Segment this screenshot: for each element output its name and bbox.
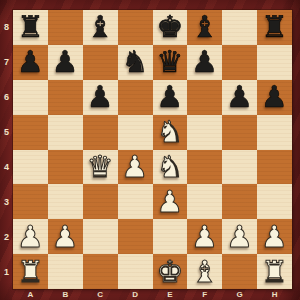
white-knight-piece[interactable]: ♞ [156,152,183,182]
square-c6[interactable]: ♟ [83,80,118,115]
chess-board: ♜♝♚♝♜♟♟♞♛♟♟♟♟♟♞♛♟♞♟♟♟♟♟♟♜♚♝♜ [13,10,292,289]
white-pawn-piece[interactable]: ♟ [122,152,149,182]
square-b5[interactable] [48,115,83,150]
file-label-f: F [187,289,222,300]
file-label-h: H [257,289,292,300]
square-b7[interactable]: ♟ [48,45,83,80]
board-frame: 87654321 ABCDEFGH ♜♝♚♝♜♟♟♞♛♟♟♟♟♟♞♛♟♞♟♟♟♟… [0,0,300,300]
black-queen-piece[interactable]: ♛ [156,47,183,77]
square-a7[interactable]: ♟ [13,45,48,80]
black-pawn-piece[interactable]: ♟ [17,47,44,77]
square-d5[interactable] [118,115,153,150]
square-b2[interactable]: ♟ [48,219,83,254]
square-d8[interactable] [118,10,153,45]
square-a2[interactable]: ♟ [13,219,48,254]
square-c2[interactable] [83,219,118,254]
square-e4[interactable]: ♞ [153,150,188,185]
square-c4[interactable]: ♛ [83,150,118,185]
black-bishop-piece[interactable]: ♝ [87,12,114,42]
square-a3[interactable] [13,184,48,219]
square-f6[interactable] [187,80,222,115]
square-e7[interactable]: ♛ [153,45,188,80]
square-f4[interactable] [187,150,222,185]
black-rook-piece[interactable]: ♜ [17,12,44,42]
white-rook-piece[interactable]: ♜ [17,257,44,287]
square-e2[interactable] [153,219,188,254]
file-label-e: E [153,289,188,300]
black-king-piece[interactable]: ♚ [156,12,183,42]
square-h5[interactable] [257,115,292,150]
white-pawn-piece[interactable]: ♟ [156,187,183,217]
square-b3[interactable] [48,184,83,219]
square-b4[interactable] [48,150,83,185]
white-pawn-piece[interactable]: ♟ [226,222,253,252]
white-bishop-piece[interactable]: ♝ [191,257,218,287]
square-a6[interactable] [13,80,48,115]
square-d7[interactable]: ♞ [118,45,153,80]
square-h2[interactable]: ♟ [257,219,292,254]
square-f8[interactable]: ♝ [187,10,222,45]
file-label-d: D [118,289,153,300]
square-c8[interactable]: ♝ [83,10,118,45]
square-h3[interactable] [257,184,292,219]
square-b8[interactable] [48,10,83,45]
file-label-c: C [83,289,118,300]
black-rook-piece[interactable]: ♜ [261,12,288,42]
square-h1[interactable]: ♜ [257,254,292,289]
black-bishop-piece[interactable]: ♝ [191,12,218,42]
square-e5[interactable]: ♞ [153,115,188,150]
square-f7[interactable]: ♟ [187,45,222,80]
square-d3[interactable] [118,184,153,219]
white-rook-piece[interactable]: ♜ [261,257,288,287]
white-king-piece[interactable]: ♚ [156,257,183,287]
square-c3[interactable] [83,184,118,219]
black-knight-piece[interactable]: ♞ [122,47,149,77]
black-pawn-piece[interactable]: ♟ [87,82,114,112]
square-e3[interactable]: ♟ [153,184,188,219]
square-f5[interactable] [187,115,222,150]
black-pawn-piece[interactable]: ♟ [226,82,253,112]
square-g7[interactable] [222,45,257,80]
white-pawn-piece[interactable]: ♟ [261,222,288,252]
file-label-a: A [13,289,48,300]
square-f1[interactable]: ♝ [187,254,222,289]
square-a1[interactable]: ♜ [13,254,48,289]
file-label-b: B [48,289,83,300]
square-a5[interactable] [13,115,48,150]
rank-label-3: 3 [0,184,13,219]
square-c1[interactable] [83,254,118,289]
square-h7[interactable] [257,45,292,80]
square-h6[interactable]: ♟ [257,80,292,115]
square-g4[interactable] [222,150,257,185]
square-g3[interactable] [222,184,257,219]
square-g5[interactable] [222,115,257,150]
white-pawn-piece[interactable]: ♟ [17,222,44,252]
white-knight-piece[interactable]: ♞ [156,117,183,147]
black-pawn-piece[interactable]: ♟ [156,82,183,112]
rank-labels: 87654321 [0,10,13,289]
square-e8[interactable]: ♚ [153,10,188,45]
white-queen-piece[interactable]: ♛ [87,152,114,182]
white-pawn-piece[interactable]: ♟ [191,222,218,252]
square-g2[interactable]: ♟ [222,219,257,254]
square-g1[interactable] [222,254,257,289]
rank-label-4: 4 [0,150,13,185]
rank-label-8: 8 [0,10,13,45]
square-h8[interactable]: ♜ [257,10,292,45]
rank-label-1: 1 [0,254,13,289]
square-c7[interactable] [83,45,118,80]
square-d4[interactable]: ♟ [118,150,153,185]
square-d1[interactable] [118,254,153,289]
square-f3[interactable] [187,184,222,219]
square-a4[interactable] [13,150,48,185]
rank-label-6: 6 [0,80,13,115]
black-pawn-piece[interactable]: ♟ [261,82,288,112]
square-g8[interactable] [222,10,257,45]
square-c5[interactable] [83,115,118,150]
square-e1[interactable]: ♚ [153,254,188,289]
square-d6[interactable] [118,80,153,115]
black-pawn-piece[interactable]: ♟ [52,47,79,77]
square-e6[interactable]: ♟ [153,80,188,115]
rank-label-7: 7 [0,45,13,80]
square-h4[interactable] [257,150,292,185]
white-pawn-piece[interactable]: ♟ [52,222,79,252]
square-g6[interactable]: ♟ [222,80,257,115]
square-f2[interactable]: ♟ [187,219,222,254]
file-label-g: G [222,289,257,300]
square-b1[interactable] [48,254,83,289]
square-a8[interactable]: ♜ [13,10,48,45]
square-d2[interactable] [118,219,153,254]
rank-label-2: 2 [0,219,13,254]
rank-label-5: 5 [0,115,13,150]
file-labels: ABCDEFGH [13,289,292,300]
square-b6[interactable] [48,80,83,115]
black-pawn-piece[interactable]: ♟ [191,47,218,77]
